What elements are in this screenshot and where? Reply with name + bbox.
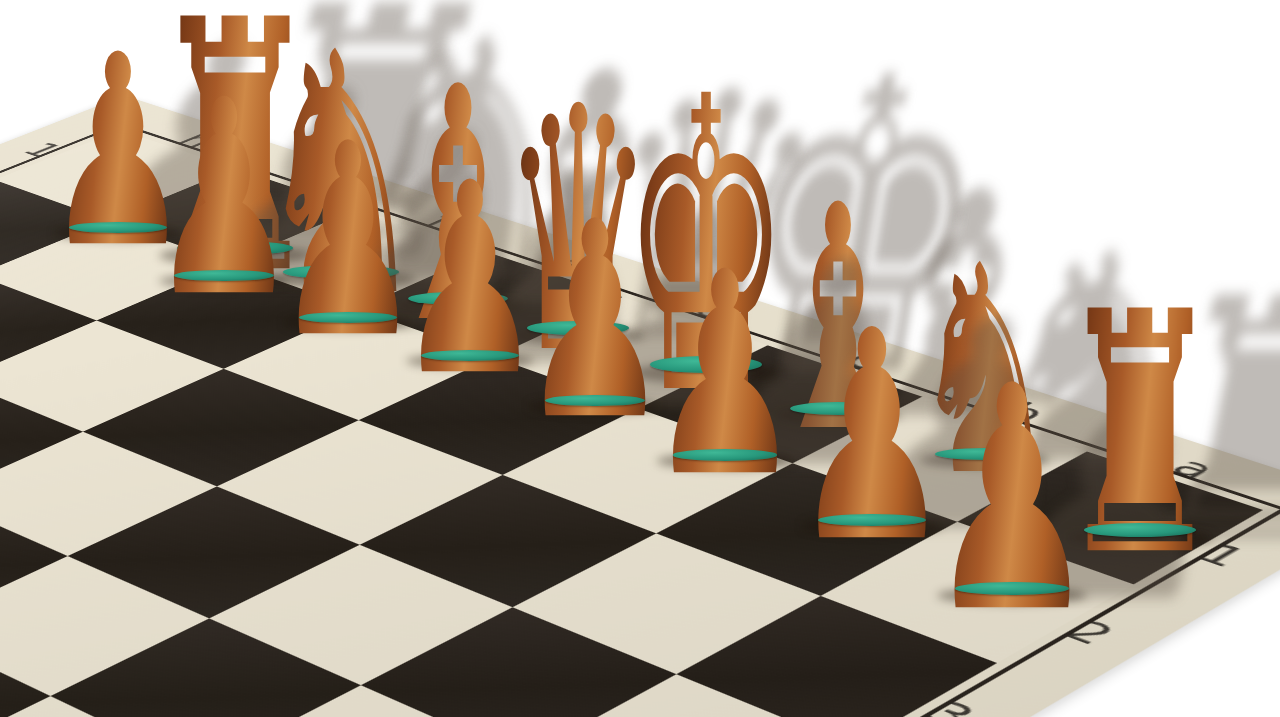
photo-stage: hgfedcba1122334455667788hgfedcba ♟♟♜♜♞♞♟… [0, 0, 1280, 717]
chess-board: hgfedcba1122334455667788hgfedcba [0, 95, 1280, 717]
board-grid: hgfedcba1122334455667788hgfedcba [0, 95, 1280, 717]
